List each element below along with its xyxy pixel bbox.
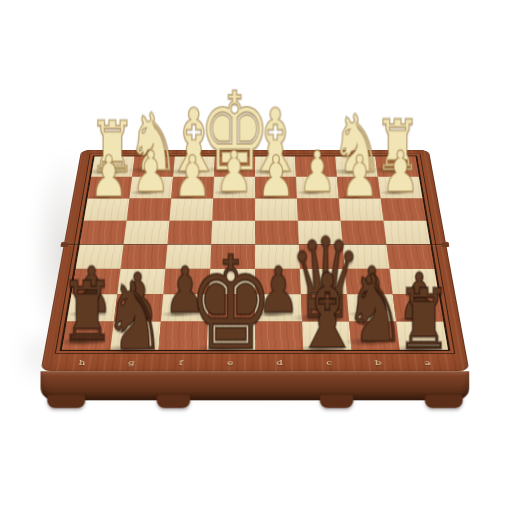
square-a2[interactable]: ♟: [378, 177, 423, 198]
photo-stage: ♜♞♝♚♝♞♜♟♟♟♟♟♟♟♟♟♟♟♟♛♟♟♜♞♚♝♞♜ hgfedcba: [0, 0, 510, 510]
square-c2[interactable]: ♟: [296, 177, 339, 198]
file-label-a: a: [403, 360, 453, 366]
piece-black-knight[interactable]: ♞: [103, 269, 166, 363]
file-label-g: g: [106, 360, 156, 366]
hinge-pin-right: [441, 242, 450, 248]
square-g3[interactable]: [127, 198, 172, 220]
piece-white-pawn[interactable]: ♟: [132, 143, 170, 200]
square-b2[interactable]: ♟: [337, 177, 381, 198]
square-h3[interactable]: [84, 198, 130, 220]
square-h2[interactable]: ♟: [88, 177, 133, 198]
file-label-b: b: [353, 360, 403, 366]
square-h4[interactable]: [80, 221, 127, 244]
square-g2[interactable]: ♟: [129, 177, 173, 198]
square-e8[interactable]: ♚: [207, 321, 255, 349]
piece-white-pawn[interactable]: ♟: [173, 148, 211, 205]
piece-white-pawn[interactable]: ♟: [90, 148, 128, 205]
hinge-pin-left: [60, 242, 69, 248]
piece-white-pawn[interactable]: ♟: [215, 143, 253, 200]
square-e2[interactable]: ♟: [213, 177, 255, 198]
board-front-edge: [41, 371, 470, 400]
file-label-d: d: [255, 360, 305, 366]
file-label-h: h: [57, 360, 107, 366]
file-coordinate-labels: hgfedcba: [57, 360, 453, 366]
chessboard[interactable]: ♜♞♝♚♝♞♜♟♟♟♟♟♟♟♟♟♟♟♟♛♟♟♜♞♚♝♞♜ hgfedcba: [41, 150, 470, 371]
square-a8[interactable]: ♜: [396, 321, 448, 349]
board-grid[interactable]: ♜♞♝♚♝♞♜♟♟♟♟♟♟♟♟♟♟♟♟♛♟♟♜♞♚♝♞♜: [62, 156, 448, 349]
file-label-e: e: [205, 360, 255, 366]
square-g8[interactable]: ♞: [110, 321, 161, 349]
playing-field: ♜♞♝♚♝♞♜♟♟♟♟♟♟♟♟♟♟♟♟♛♟♟♜♞♚♝♞♜: [60, 156, 451, 352]
square-f3[interactable]: [169, 198, 213, 220]
perspective-scene: ♜♞♝♚♝♞♜♟♟♟♟♟♟♟♟♟♟♟♟♛♟♟♜♞♚♝♞♜ hgfedcba: [0, 0, 510, 510]
square-d2[interactable]: ♟: [255, 177, 297, 198]
piece-white-pawn[interactable]: ♟: [257, 148, 295, 205]
board-foot: [319, 395, 353, 408]
piece-white-pawn[interactable]: ♟: [382, 143, 420, 200]
file-label-f: f: [156, 360, 206, 366]
board-foot: [47, 395, 86, 408]
piece-white-pawn[interactable]: ♟: [341, 148, 379, 205]
square-a3[interactable]: [381, 198, 427, 220]
piece-black-bishop[interactable]: ♝: [293, 261, 361, 364]
piece-black-king[interactable]: ♚: [188, 239, 274, 368]
square-g4[interactable]: [124, 221, 170, 244]
piece-black-rook[interactable]: ♜: [396, 278, 451, 361]
board-foot: [424, 395, 463, 408]
square-f2[interactable]: ♟: [171, 177, 214, 198]
board-foot: [156, 395, 190, 408]
square-e3[interactable]: [212, 198, 255, 220]
square-c8[interactable]: ♝: [302, 321, 351, 349]
piece-white-pawn[interactable]: ♟: [299, 143, 337, 200]
square-a4[interactable]: [383, 221, 430, 244]
file-label-c: c: [304, 360, 354, 366]
